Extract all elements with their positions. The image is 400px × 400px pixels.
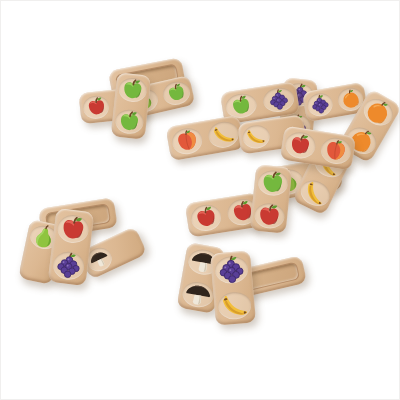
banana-icon <box>208 120 238 150</box>
domino-tile-peach-banana[interactable] <box>166 115 245 161</box>
tile-half-red-apple <box>280 126 321 165</box>
grapes-icon <box>214 253 249 288</box>
domino-tile-green-apple-red-apple[interactable] <box>250 164 293 233</box>
red-apple-icon <box>83 94 108 119</box>
tile-half-red-apple <box>79 90 114 124</box>
tile-half-peach <box>315 131 356 170</box>
banana-icon <box>217 289 252 324</box>
tile-half-green-apple <box>253 164 292 201</box>
domino-tile-green-apple-green-apple[interactable] <box>111 72 152 139</box>
green-apple-icon <box>115 108 144 137</box>
dominoes-table <box>0 0 400 400</box>
domino-tile-grapes-banana[interactable] <box>210 250 256 325</box>
banana-icon <box>243 123 269 149</box>
tile-half-green-apple <box>114 72 151 107</box>
green-apple-icon <box>257 167 288 198</box>
tile-half-grapes <box>257 81 300 119</box>
peach-icon <box>321 136 351 166</box>
peach-icon <box>172 126 202 156</box>
tile-half-red-apple <box>250 197 289 234</box>
grapes-icon <box>52 249 85 282</box>
green-apple-icon <box>118 76 147 105</box>
tile-half-grapes <box>210 250 253 289</box>
tile-half-red-apple <box>185 198 227 237</box>
tile-half-red-apple <box>52 208 94 249</box>
red-apple-icon <box>191 203 221 233</box>
tile-half-green-apple <box>157 75 196 112</box>
green-apple-icon <box>163 80 189 106</box>
grapes-icon <box>265 86 292 113</box>
red-apple-icon <box>254 200 285 231</box>
mushroom-icon <box>181 277 216 312</box>
red-apple-icon <box>57 212 90 245</box>
grapes-icon <box>307 92 332 117</box>
tile-half-grapes <box>302 87 338 122</box>
tile-half-grapes <box>48 245 90 286</box>
red-apple-icon <box>285 130 315 160</box>
tile-half-peach <box>166 121 208 161</box>
domino-tile-red-apple-grapes[interactable] <box>48 208 95 286</box>
tile-half-green-apple <box>111 104 148 139</box>
tile-half-banana <box>237 119 274 154</box>
tile-half-banana <box>213 286 256 325</box>
